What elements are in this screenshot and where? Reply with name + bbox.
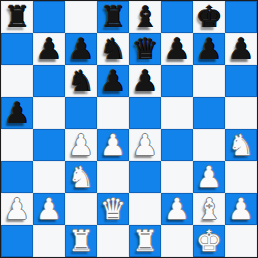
square-g5[interactable] (193, 97, 225, 129)
square-h6[interactable] (225, 65, 257, 97)
black-pawn[interactable]: ♟ (196, 33, 222, 65)
square-e3[interactable] (129, 161, 161, 193)
black-rook[interactable]: ♜ (4, 1, 30, 33)
black-pawn[interactable]: ♟ (36, 33, 62, 65)
square-h2[interactable]: ♟ (225, 193, 257, 225)
square-f2[interactable]: ♟ (161, 193, 193, 225)
square-e7[interactable]: ♛ (129, 33, 161, 65)
square-b7[interactable]: ♟ (33, 33, 65, 65)
square-g2[interactable]: ♝ (193, 193, 225, 225)
square-a7[interactable] (1, 33, 33, 65)
white-pawn[interactable]: ♟ (100, 129, 126, 161)
square-e6[interactable]: ♟ (129, 65, 161, 97)
square-c5[interactable] (65, 97, 97, 129)
white-pawn[interactable]: ♟ (68, 129, 94, 161)
square-d8[interactable]: ♜ (97, 1, 129, 33)
square-c1[interactable]: ♜ (65, 225, 97, 257)
square-c6[interactable]: ♞ (65, 65, 97, 97)
square-e2[interactable] (129, 193, 161, 225)
square-b6[interactable] (33, 65, 65, 97)
white-pawn[interactable]: ♟ (132, 129, 158, 161)
black-pawn[interactable]: ♟ (164, 33, 190, 65)
square-a2[interactable]: ♟ (1, 193, 33, 225)
square-c7[interactable]: ♟ (65, 33, 97, 65)
square-d5[interactable] (97, 97, 129, 129)
black-knight[interactable]: ♞ (100, 33, 126, 65)
white-rook[interactable]: ♜ (132, 225, 158, 257)
white-pawn[interactable]: ♟ (164, 193, 190, 225)
white-bishop[interactable]: ♝ (196, 193, 222, 225)
white-rook[interactable]: ♜ (68, 225, 94, 257)
square-f6[interactable] (161, 65, 193, 97)
square-g4[interactable] (193, 129, 225, 161)
square-d7[interactable]: ♞ (97, 33, 129, 65)
black-rook[interactable]: ♜ (100, 1, 126, 33)
black-queen[interactable]: ♛ (132, 33, 158, 65)
square-a6[interactable] (1, 65, 33, 97)
square-g6[interactable] (193, 65, 225, 97)
square-c2[interactable] (65, 193, 97, 225)
square-b5[interactable] (33, 97, 65, 129)
square-b1[interactable] (33, 225, 65, 257)
white-pawn[interactable]: ♟ (36, 193, 62, 225)
black-pawn[interactable]: ♟ (68, 33, 94, 65)
square-b4[interactable] (33, 129, 65, 161)
square-f7[interactable]: ♟ (161, 33, 193, 65)
white-pawn[interactable]: ♟ (196, 161, 222, 193)
square-d3[interactable] (97, 161, 129, 193)
square-g3[interactable]: ♟ (193, 161, 225, 193)
square-h5[interactable] (225, 97, 257, 129)
square-e4[interactable]: ♟ (129, 129, 161, 161)
square-a3[interactable] (1, 161, 33, 193)
square-a8[interactable]: ♜ (1, 1, 33, 33)
square-g1[interactable]: ♚ (193, 225, 225, 257)
chess-board: ♜♜♝♚♟♟♞♛♟♟♟♞♟♟♟♟♟♟♞♞♟♟♟♛♟♝♟♜♜♚ (0, 0, 258, 258)
square-h3[interactable] (225, 161, 257, 193)
square-a5[interactable]: ♟ (1, 97, 33, 129)
white-knight[interactable]: ♞ (228, 129, 254, 161)
square-h8[interactable] (225, 1, 257, 33)
square-f5[interactable] (161, 97, 193, 129)
square-h1[interactable] (225, 225, 257, 257)
white-pawn[interactable]: ♟ (4, 193, 30, 225)
white-queen[interactable]: ♛ (100, 193, 126, 225)
square-d1[interactable] (97, 225, 129, 257)
square-f3[interactable] (161, 161, 193, 193)
black-pawn[interactable]: ♟ (4, 97, 30, 129)
square-d2[interactable]: ♛ (97, 193, 129, 225)
white-pawn[interactable]: ♟ (228, 193, 254, 225)
square-f8[interactable] (161, 1, 193, 33)
black-pawn[interactable]: ♟ (228, 33, 254, 65)
black-king[interactable]: ♚ (196, 1, 222, 33)
black-bishop[interactable]: ♝ (132, 1, 158, 33)
square-d4[interactable]: ♟ (97, 129, 129, 161)
square-d6[interactable]: ♟ (97, 65, 129, 97)
square-c3[interactable]: ♞ (65, 161, 97, 193)
square-f1[interactable] (161, 225, 193, 257)
white-king[interactable]: ♚ (196, 225, 222, 257)
black-pawn[interactable]: ♟ (100, 65, 126, 97)
square-c8[interactable] (65, 1, 97, 33)
square-e5[interactable] (129, 97, 161, 129)
square-g8[interactable]: ♚ (193, 1, 225, 33)
square-g7[interactable]: ♟ (193, 33, 225, 65)
square-a1[interactable] (1, 225, 33, 257)
square-c4[interactable]: ♟ (65, 129, 97, 161)
square-h7[interactable]: ♟ (225, 33, 257, 65)
black-pawn[interactable]: ♟ (132, 65, 158, 97)
white-knight[interactable]: ♞ (68, 161, 94, 193)
square-e8[interactable]: ♝ (129, 1, 161, 33)
square-h4[interactable]: ♞ (225, 129, 257, 161)
square-b3[interactable] (33, 161, 65, 193)
black-knight[interactable]: ♞ (68, 65, 94, 97)
square-f4[interactable] (161, 129, 193, 161)
square-b2[interactable]: ♟ (33, 193, 65, 225)
square-b8[interactable] (33, 1, 65, 33)
square-e1[interactable]: ♜ (129, 225, 161, 257)
square-a4[interactable] (1, 129, 33, 161)
